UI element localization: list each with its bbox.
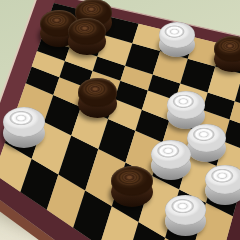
checker-piece-top (159, 22, 195, 48)
white-checker-piece[interactable] (187, 124, 226, 163)
white-checker-piece[interactable] (165, 195, 207, 236)
white-checker-piece[interactable] (3, 107, 45, 149)
checker-piece-top (214, 36, 240, 62)
scene-background (0, 0, 240, 240)
white-checker-piece[interactable] (151, 140, 191, 180)
pieces-layer (0, 0, 240, 240)
checker-piece-top (187, 124, 226, 152)
checker-piece-top (165, 195, 207, 225)
dark-checker-piece[interactable] (111, 166, 153, 207)
dark-checker-piece[interactable] (214, 36, 240, 71)
checker-piece-top (78, 78, 118, 107)
white-checker-piece[interactable] (159, 22, 195, 58)
checker-piece-top (68, 18, 105, 45)
checker-piece-top (167, 91, 205, 118)
checker-piece-top (111, 166, 153, 196)
white-checker-piece[interactable] (205, 165, 240, 205)
dark-checker-piece[interactable] (78, 78, 118, 117)
dark-checker-piece[interactable] (68, 18, 105, 55)
